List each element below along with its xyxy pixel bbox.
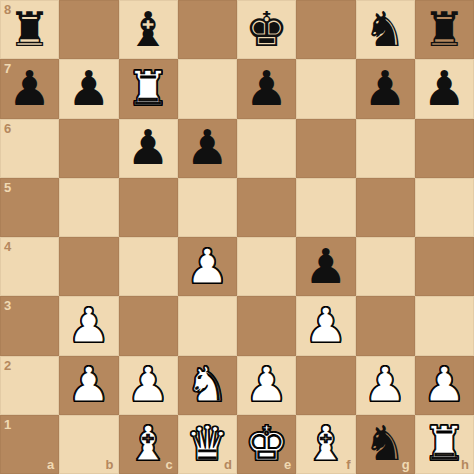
square-g2[interactable]: ♟ bbox=[356, 356, 415, 415]
square-b6[interactable] bbox=[59, 119, 118, 178]
square-a1[interactable]: 1a bbox=[0, 415, 59, 474]
piece-black-pawn[interactable]: ♟ bbox=[8, 64, 51, 112]
piece-white-bishop[interactable]: ♝ bbox=[304, 419, 347, 467]
piece-black-knight[interactable]: ♞ bbox=[364, 419, 407, 467]
file-label-b: b bbox=[106, 457, 114, 472]
piece-white-pawn[interactable]: ♟ bbox=[423, 360, 466, 408]
piece-white-king[interactable]: ♚ bbox=[245, 419, 288, 467]
piece-white-bishop[interactable]: ♝ bbox=[127, 419, 170, 467]
square-d4[interactable]: ♟ bbox=[178, 237, 237, 296]
square-g3[interactable] bbox=[356, 296, 415, 355]
square-h5[interactable] bbox=[415, 178, 474, 237]
piece-white-pawn[interactable]: ♟ bbox=[67, 360, 110, 408]
piece-black-knight[interactable]: ♞ bbox=[364, 5, 407, 53]
square-a2[interactable]: 2 bbox=[0, 356, 59, 415]
square-f5[interactable] bbox=[296, 178, 355, 237]
piece-white-pawn[interactable]: ♟ bbox=[304, 301, 347, 349]
square-a3[interactable]: 3 bbox=[0, 296, 59, 355]
square-h2[interactable]: ♟ bbox=[415, 356, 474, 415]
file-label-a: a bbox=[47, 457, 54, 472]
piece-white-pawn[interactable]: ♟ bbox=[245, 360, 288, 408]
square-c5[interactable] bbox=[119, 178, 178, 237]
square-d5[interactable] bbox=[178, 178, 237, 237]
chess-board: 8♜♝♚♞♜7♟♟♜♟♟♟6♟♟54♟♟3♟♟2♟♟♞♟♟♟1abc♝d♛e♚f… bbox=[0, 0, 474, 474]
square-d8[interactable] bbox=[178, 0, 237, 59]
square-f2[interactable] bbox=[296, 356, 355, 415]
rank-label-5: 5 bbox=[4, 180, 11, 195]
square-f3[interactable]: ♟ bbox=[296, 296, 355, 355]
square-g8[interactable]: ♞ bbox=[356, 0, 415, 59]
square-h4[interactable] bbox=[415, 237, 474, 296]
piece-black-king[interactable]: ♚ bbox=[245, 5, 288, 53]
piece-black-pawn[interactable]: ♟ bbox=[186, 123, 229, 171]
piece-black-pawn[interactable]: ♟ bbox=[245, 64, 288, 112]
square-b5[interactable] bbox=[59, 178, 118, 237]
square-a5[interactable]: 5 bbox=[0, 178, 59, 237]
square-g4[interactable] bbox=[356, 237, 415, 296]
square-c1[interactable]: c♝ bbox=[119, 415, 178, 474]
square-d7[interactable] bbox=[178, 59, 237, 118]
square-d1[interactable]: d♛ bbox=[178, 415, 237, 474]
piece-white-pawn[interactable]: ♟ bbox=[364, 360, 407, 408]
square-e4[interactable] bbox=[237, 237, 296, 296]
piece-black-bishop[interactable]: ♝ bbox=[127, 5, 170, 53]
square-a8[interactable]: 8♜ bbox=[0, 0, 59, 59]
rank-label-3: 3 bbox=[4, 298, 11, 313]
square-b7[interactable]: ♟ bbox=[59, 59, 118, 118]
square-c7[interactable]: ♜ bbox=[119, 59, 178, 118]
square-e6[interactable] bbox=[237, 119, 296, 178]
piece-black-pawn[interactable]: ♟ bbox=[423, 64, 466, 112]
square-c6[interactable]: ♟ bbox=[119, 119, 178, 178]
square-e5[interactable] bbox=[237, 178, 296, 237]
square-d3[interactable] bbox=[178, 296, 237, 355]
square-f8[interactable] bbox=[296, 0, 355, 59]
square-c8[interactable]: ♝ bbox=[119, 0, 178, 59]
rank-label-1: 1 bbox=[4, 417, 11, 432]
square-d6[interactable]: ♟ bbox=[178, 119, 237, 178]
square-h8[interactable]: ♜ bbox=[415, 0, 474, 59]
rank-label-4: 4 bbox=[4, 239, 11, 254]
piece-white-rook[interactable]: ♜ bbox=[423, 419, 466, 467]
square-e3[interactable] bbox=[237, 296, 296, 355]
square-g1[interactable]: g♞ bbox=[356, 415, 415, 474]
square-a7[interactable]: 7♟ bbox=[0, 59, 59, 118]
square-c4[interactable] bbox=[119, 237, 178, 296]
piece-black-pawn[interactable]: ♟ bbox=[364, 64, 407, 112]
square-e1[interactable]: e♚ bbox=[237, 415, 296, 474]
piece-black-pawn[interactable]: ♟ bbox=[127, 123, 170, 171]
square-g7[interactable]: ♟ bbox=[356, 59, 415, 118]
piece-black-rook[interactable]: ♜ bbox=[423, 5, 466, 53]
piece-black-pawn[interactable]: ♟ bbox=[304, 242, 347, 290]
square-g6[interactable] bbox=[356, 119, 415, 178]
square-f7[interactable] bbox=[296, 59, 355, 118]
piece-white-pawn[interactable]: ♟ bbox=[186, 242, 229, 290]
square-b4[interactable] bbox=[59, 237, 118, 296]
square-f1[interactable]: f♝ bbox=[296, 415, 355, 474]
piece-white-knight[interactable]: ♞ bbox=[186, 360, 229, 408]
square-b3[interactable]: ♟ bbox=[59, 296, 118, 355]
square-b1[interactable]: b bbox=[59, 415, 118, 474]
piece-black-rook[interactable]: ♜ bbox=[8, 5, 51, 53]
square-f6[interactable] bbox=[296, 119, 355, 178]
square-f4[interactable]: ♟ bbox=[296, 237, 355, 296]
square-c2[interactable]: ♟ bbox=[119, 356, 178, 415]
square-h7[interactable]: ♟ bbox=[415, 59, 474, 118]
piece-white-pawn[interactable]: ♟ bbox=[67, 301, 110, 349]
piece-black-pawn[interactable]: ♟ bbox=[67, 64, 110, 112]
square-h3[interactable] bbox=[415, 296, 474, 355]
square-d2[interactable]: ♞ bbox=[178, 356, 237, 415]
piece-white-rook[interactable]: ♜ bbox=[127, 64, 170, 112]
square-c3[interactable] bbox=[119, 296, 178, 355]
square-h1[interactable]: h♜ bbox=[415, 415, 474, 474]
square-h6[interactable] bbox=[415, 119, 474, 178]
square-g5[interactable] bbox=[356, 178, 415, 237]
rank-label-2: 2 bbox=[4, 358, 11, 373]
square-e8[interactable]: ♚ bbox=[237, 0, 296, 59]
piece-white-queen[interactable]: ♛ bbox=[186, 419, 229, 467]
square-e7[interactable]: ♟ bbox=[237, 59, 296, 118]
square-b2[interactable]: ♟ bbox=[59, 356, 118, 415]
square-a4[interactable]: 4 bbox=[0, 237, 59, 296]
square-b8[interactable] bbox=[59, 0, 118, 59]
square-e2[interactable]: ♟ bbox=[237, 356, 296, 415]
square-a6[interactable]: 6 bbox=[0, 119, 59, 178]
piece-white-pawn[interactable]: ♟ bbox=[127, 360, 170, 408]
rank-label-6: 6 bbox=[4, 121, 11, 136]
